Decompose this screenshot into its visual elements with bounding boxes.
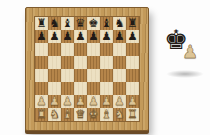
square-f7[interactable]: ♟ xyxy=(100,30,113,43)
square-g6[interactable] xyxy=(113,43,126,56)
black-pawn-piece: ♟ xyxy=(75,31,85,43)
square-a6[interactable] xyxy=(35,43,48,56)
black-knight-piece: ♞ xyxy=(49,18,59,30)
square-h4[interactable] xyxy=(126,69,139,82)
white-rook-piece: ♜ xyxy=(127,109,137,121)
white-bishop-piece: ♝ xyxy=(62,109,72,121)
square-b6[interactable] xyxy=(48,43,61,56)
square-h1[interactable]: ♜ xyxy=(126,108,139,121)
white-bishop-piece: ♝ xyxy=(101,109,111,121)
square-e4[interactable] xyxy=(87,69,100,82)
white-rook-piece: ♜ xyxy=(36,109,46,121)
square-f1[interactable]: ♝ xyxy=(100,108,113,121)
white-knight-piece: ♞ xyxy=(49,109,59,121)
white-pawn-piece: ♟ xyxy=(49,96,59,108)
white-pawn-piece: ♟ xyxy=(75,96,85,108)
black-pawn-piece: ♟ xyxy=(127,31,137,43)
square-c1[interactable]: ♝ xyxy=(61,108,74,121)
black-knight-piece: ♞ xyxy=(114,18,124,30)
black-king-piece: ♚ xyxy=(88,18,98,30)
square-b7[interactable]: ♟ xyxy=(48,30,61,43)
square-g1[interactable]: ♞ xyxy=(113,108,126,121)
black-pawn-piece: ♟ xyxy=(114,31,124,43)
floor-shadow xyxy=(166,70,204,78)
square-d7[interactable]: ♟ xyxy=(74,30,87,43)
square-c4[interactable] xyxy=(61,69,74,82)
white-pawn-piece: ♟ xyxy=(88,96,98,108)
white-pawn-piece: ♟ xyxy=(36,96,46,108)
square-a7[interactable]: ♟ xyxy=(35,30,48,43)
black-pawn-piece: ♟ xyxy=(49,31,59,43)
square-a4[interactable] xyxy=(35,69,48,82)
square-b5[interactable] xyxy=(48,56,61,69)
square-f6[interactable] xyxy=(100,43,113,56)
square-d5[interactable] xyxy=(74,56,87,69)
square-h6[interactable] xyxy=(126,43,139,56)
black-pawn-piece: ♟ xyxy=(101,31,111,43)
square-f4[interactable] xyxy=(100,69,113,82)
square-g5[interactable] xyxy=(113,56,126,69)
white-knight-piece: ♞ xyxy=(114,109,124,121)
square-g4[interactable] xyxy=(113,69,126,82)
spare-white-pawn-piece[interactable]: ♟ xyxy=(182,43,198,61)
white-pawn-piece: ♟ xyxy=(114,96,124,108)
black-queen-piece: ♛ xyxy=(75,18,85,30)
square-e1[interactable]: ♚ xyxy=(87,108,100,121)
white-pawn-piece: ♟ xyxy=(101,96,111,108)
square-h7[interactable]: ♟ xyxy=(126,30,139,43)
spare-pieces: ♚ ♟ xyxy=(164,28,208,78)
square-a1[interactable]: ♜ xyxy=(35,108,48,121)
square-a5[interactable] xyxy=(35,56,48,69)
black-bishop-piece: ♝ xyxy=(101,18,111,30)
white-queen-piece: ♛ xyxy=(75,109,85,121)
white-pawn-piece: ♟ xyxy=(62,96,72,108)
square-d4[interactable] xyxy=(74,69,87,82)
black-bishop-piece: ♝ xyxy=(62,18,72,30)
square-f5[interactable] xyxy=(100,56,113,69)
white-king-piece: ♚ xyxy=(88,109,98,121)
square-e7[interactable]: ♟ xyxy=(87,30,100,43)
square-d1[interactable]: ♛ xyxy=(74,108,87,121)
square-c6[interactable] xyxy=(61,43,74,56)
white-pawn-piece: ♟ xyxy=(127,96,137,108)
square-b4[interactable] xyxy=(48,69,61,82)
square-c5[interactable] xyxy=(61,56,74,69)
square-e6[interactable] xyxy=(87,43,100,56)
square-b1[interactable]: ♞ xyxy=(48,108,61,121)
square-d6[interactable] xyxy=(74,43,87,56)
square-h5[interactable] xyxy=(126,56,139,69)
square-e5[interactable] xyxy=(87,56,100,69)
black-pawn-piece: ♟ xyxy=(36,31,46,43)
black-pawn-piece: ♟ xyxy=(62,31,72,43)
square-g7[interactable]: ♟ xyxy=(113,30,126,43)
black-rook-piece: ♜ xyxy=(127,18,137,30)
square-c7[interactable]: ♟ xyxy=(61,30,74,43)
black-rook-piece: ♜ xyxy=(36,18,46,30)
black-pawn-piece: ♟ xyxy=(88,31,98,43)
chess-board: ♜♞♝♛♚♝♞♜♟♟♟♟♟♟♟♟♟♟♟♟♟♟♟♟♜♞♝♛♚♝♞♜ xyxy=(25,7,149,131)
board-grid: ♜♞♝♛♚♝♞♜♟♟♟♟♟♟♟♟♟♟♟♟♟♟♟♟♜♞♝♛♚♝♞♜ xyxy=(34,16,140,122)
